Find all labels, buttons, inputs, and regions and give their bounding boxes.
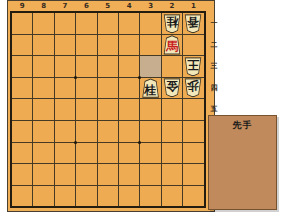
square-4-2[interactable] [119, 35, 139, 56]
square-6-9[interactable] [76, 186, 96, 207]
piece-kanji: 香 [187, 16, 199, 28]
file-label-7: 7 [55, 1, 75, 11]
square-8-5[interactable] [33, 99, 53, 120]
square-3-6[interactable] [140, 121, 160, 142]
file-label-6: 6 [76, 1, 96, 11]
square-1-6[interactable] [183, 121, 203, 142]
square-4-8[interactable] [119, 164, 139, 185]
square-9-3[interactable] [12, 56, 32, 77]
square-1-2[interactable] [183, 35, 203, 56]
piece-kanji: 馬 [166, 40, 178, 52]
square-5-2[interactable] [98, 35, 118, 56]
square-9-1[interactable] [12, 13, 32, 34]
square-8-8[interactable] [33, 164, 53, 185]
square-6-1[interactable] [76, 13, 96, 34]
square-2-8[interactable] [162, 164, 182, 185]
square-4-4[interactable] [119, 78, 139, 99]
piece-kanji: 歩 [187, 81, 199, 93]
piece-face: 金 [164, 79, 180, 96]
file-label-5: 5 [98, 1, 118, 11]
square-6-6[interactable] [76, 121, 96, 142]
square-7-7[interactable] [55, 143, 75, 164]
square-8-9[interactable] [33, 186, 53, 207]
square-3-8[interactable] [140, 164, 160, 185]
square-5-7[interactable] [98, 143, 118, 164]
square-1-8[interactable] [183, 164, 203, 185]
square-5-6[interactable] [98, 121, 118, 142]
sente-piece-stand: 先手 [208, 115, 277, 210]
piece-face: 王 [185, 58, 201, 75]
square-4-9[interactable] [119, 186, 139, 207]
square-9-9[interactable] [12, 186, 32, 207]
square-5-1[interactable] [98, 13, 118, 34]
piece-kanji: 金 [166, 81, 178, 93]
square-5-3[interactable] [98, 56, 118, 77]
rank-label-4: 四 [207, 78, 221, 99]
square-5-9[interactable] [98, 186, 118, 207]
square-2-9[interactable] [162, 186, 182, 207]
square-3-9[interactable] [140, 186, 160, 207]
square-9-5[interactable] [12, 99, 32, 120]
square-8-1[interactable] [33, 13, 53, 34]
piece-face: 馬 [164, 36, 180, 53]
square-6-8[interactable] [76, 164, 96, 185]
file-label-8: 8 [33, 1, 53, 11]
square-9-4[interactable] [12, 78, 32, 99]
square-7-4[interactable] [55, 78, 75, 99]
square-7-1[interactable] [55, 13, 75, 34]
square-8-2[interactable] [33, 35, 53, 56]
square-9-2[interactable] [12, 35, 32, 56]
square-6-3[interactable] [76, 56, 96, 77]
square-9-7[interactable] [12, 143, 32, 164]
piece-face: 桂 [143, 79, 159, 96]
square-1-9[interactable] [183, 186, 203, 207]
square-1-7[interactable] [183, 143, 203, 164]
square-9-6[interactable] [12, 121, 32, 142]
piece-stand-label: 先手 [209, 119, 276, 132]
file-label-9: 9 [12, 1, 32, 11]
file-label-2: 2 [162, 1, 182, 11]
square-7-8[interactable] [55, 164, 75, 185]
file-label-4: 4 [119, 1, 139, 11]
square-8-7[interactable] [33, 143, 53, 164]
square-3-5[interactable] [140, 99, 160, 120]
square-8-3[interactable] [33, 56, 53, 77]
square-2-3[interactable] [162, 56, 182, 77]
piece-kanji: 桂 [166, 16, 178, 28]
square-2-5[interactable] [162, 99, 182, 120]
square-3-3-highlighted[interactable] [140, 56, 160, 77]
square-3-2[interactable] [140, 35, 160, 56]
square-5-4[interactable] [98, 78, 118, 99]
square-8-6[interactable] [33, 121, 53, 142]
rank-label-3: 三 [207, 56, 221, 77]
square-9-8[interactable] [12, 164, 32, 185]
square-7-2[interactable] [55, 35, 75, 56]
square-7-6[interactable] [55, 121, 75, 142]
square-2-6[interactable] [162, 121, 182, 142]
square-7-3[interactable] [55, 56, 75, 77]
piece-kanji: 王 [187, 59, 199, 71]
file-label-3: 3 [140, 1, 160, 11]
piece-face: 香 [185, 15, 201, 32]
square-7-9[interactable] [55, 186, 75, 207]
rank-label-2: 二 [207, 35, 221, 56]
square-4-1[interactable] [119, 13, 139, 34]
square-7-5[interactable] [55, 99, 75, 120]
square-6-2[interactable] [76, 35, 96, 56]
rank-label-1: 一 [207, 13, 221, 34]
piece-face: 歩 [185, 79, 201, 96]
square-4-3[interactable] [119, 56, 139, 77]
square-4-5[interactable] [119, 99, 139, 120]
shogi-diagram-frame: 桂香馬王桂金歩 987654321 一二三四五六七八九 [7, 0, 215, 212]
square-3-7[interactable] [140, 143, 160, 164]
square-3-1[interactable] [140, 13, 160, 34]
square-5-5[interactable] [98, 99, 118, 120]
piece-kanji: 桂 [145, 84, 157, 96]
file-label-1: 1 [183, 1, 203, 11]
square-2-7[interactable] [162, 143, 182, 164]
square-8-4[interactable] [33, 78, 53, 99]
square-1-5[interactable] [183, 99, 203, 120]
square-6-7[interactable] [76, 143, 96, 164]
square-5-8[interactable] [98, 164, 118, 185]
square-6-5[interactable] [76, 99, 96, 120]
piece-face: 桂 [164, 15, 180, 32]
square-4-7[interactable] [119, 143, 139, 164]
square-6-4[interactable] [76, 78, 96, 99]
square-4-6[interactable] [119, 121, 139, 142]
